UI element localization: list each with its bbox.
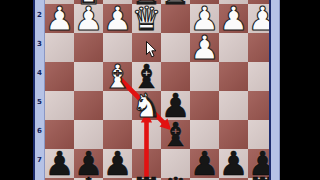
- left-coordinate-strip: 12345678: [33, 0, 45, 180]
- piece-black-P-c7[interactable]: ♟: [190, 149, 219, 178]
- piece-white-P-h2[interactable]: ♟: [45, 4, 74, 33]
- square-h5[interactable]: [45, 91, 74, 120]
- square-b5[interactable]: [219, 91, 248, 120]
- rank-label-2: 2: [35, 11, 44, 20]
- square-h4[interactable]: [45, 62, 74, 91]
- chess-gui-screenshot: ♜♜♚♟♟♟♛♟♟♟♟♝♝♞♟♝♟♟♟♟♟♟♜♛♜♚ 12345678: [0, 0, 320, 180]
- piece-white-P-f2[interactable]: ♟: [103, 4, 132, 33]
- square-c5[interactable]: [190, 91, 219, 120]
- rank-label-3: 3: [35, 40, 44, 49]
- piece-white-Q-e2[interactable]: ♛: [132, 4, 161, 33]
- square-g4[interactable]: [74, 62, 103, 91]
- square-g5[interactable]: [74, 91, 103, 120]
- piece-black-K-g8[interactable]: ♚: [74, 175, 103, 180]
- piece-white-R-d1[interactable]: ♜: [161, 0, 190, 7]
- piece-black-P-b7[interactable]: ♟: [219, 149, 248, 178]
- rank-label-6: 6: [35, 127, 44, 136]
- piece-white-N-e5[interactable]: ♞: [132, 91, 161, 120]
- piece-black-P-f7[interactable]: ♟: [103, 149, 132, 178]
- piece-white-P-c3[interactable]: ♟: [190, 33, 219, 62]
- piece-black-R-e8[interactable]: ♜: [132, 175, 161, 180]
- right-border-strip: [269, 0, 280, 180]
- rank-label-7: 7: [35, 156, 44, 165]
- rank-label-4: 4: [35, 69, 44, 78]
- piece-white-B-f4[interactable]: ♝: [103, 62, 132, 91]
- rank-label-5: 5: [35, 98, 44, 107]
- square-b4[interactable]: [219, 62, 248, 91]
- piece-black-P-h7[interactable]: ♟: [45, 149, 74, 178]
- piece-white-P-b2[interactable]: ♟: [219, 4, 248, 33]
- piece-white-P-g2[interactable]: ♟: [74, 4, 103, 33]
- piece-black-Q-d8[interactable]: ♛: [161, 175, 190, 180]
- piece-black-B-d6[interactable]: ♝: [161, 120, 190, 149]
- square-d3[interactable]: [161, 33, 190, 62]
